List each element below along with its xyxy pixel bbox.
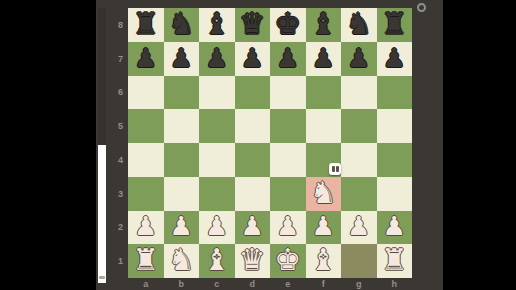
square-e6[interactable] <box>270 76 306 110</box>
square-h6[interactable] <box>377 76 413 110</box>
piece-bP-g7[interactable]: ♟ <box>347 45 370 71</box>
piece-bP-c7[interactable]: ♟ <box>205 45 228 71</box>
square-h7[interactable]: ♟ <box>377 42 413 76</box>
file-label-a: a <box>128 277 164 290</box>
square-f2[interactable]: ♟ <box>306 211 342 245</box>
square-c3[interactable] <box>199 177 235 211</box>
square-d4[interactable] <box>235 143 271 177</box>
square-h1[interactable]: ♜ <box>377 244 413 278</box>
piece-wK-e1[interactable]: ♚ <box>274 245 301 275</box>
piece-wP-f2[interactable]: ♟ <box>312 213 335 239</box>
piece-wP-g2[interactable]: ♟ <box>347 213 370 239</box>
square-h5[interactable] <box>377 109 413 143</box>
square-d1[interactable]: ♛ <box>235 244 271 278</box>
square-a8[interactable]: ♜ <box>128 8 164 42</box>
square-d5[interactable] <box>235 109 271 143</box>
piece-bN-b8[interactable]: ♞ <box>168 9 195 39</box>
rank-label-5: 5 <box>104 109 126 143</box>
piece-wB-c1[interactable]: ♝ <box>203 245 230 275</box>
piece-wP-c2[interactable]: ♟ <box>205 213 228 239</box>
square-b5[interactable] <box>164 109 200 143</box>
square-f1[interactable]: ♝ <box>306 244 342 278</box>
rank-label-8: 8 <box>104 8 126 42</box>
rank-labels: 87654321 <box>104 8 126 278</box>
square-g5[interactable] <box>341 109 377 143</box>
square-d7[interactable]: ♟ <box>235 42 271 76</box>
file-label-c: c <box>199 277 235 290</box>
square-e2[interactable]: ♟ <box>270 211 306 245</box>
piece-wN-f3[interactable]: ♞ <box>310 178 337 208</box>
piece-bB-f8[interactable]: ♝ <box>310 9 337 39</box>
square-b8[interactable]: ♞ <box>164 8 200 42</box>
piece-bR-h8[interactable]: ♜ <box>381 9 408 39</box>
screenshot-stage: 87654321 ♜♞♝♛♚♝♞♜♟♟♟♟♟♟♟♟♞♟♟♟♟♟♟♟♟♜♞♝♛♚♝… <box>0 0 516 290</box>
piece-bP-a7[interactable]: ♟ <box>134 45 157 71</box>
square-g3[interactable] <box>341 177 377 211</box>
square-h3[interactable] <box>377 177 413 211</box>
board-menu-icon[interactable] <box>417 3 426 12</box>
piece-wP-b2[interactable]: ♟ <box>170 213 193 239</box>
square-e8[interactable]: ♚ <box>270 8 306 42</box>
square-f7[interactable]: ♟ <box>306 42 342 76</box>
square-b4[interactable] <box>164 143 200 177</box>
piece-wB-f1[interactable]: ♝ <box>310 245 337 275</box>
piece-bP-b7[interactable]: ♟ <box>170 45 193 71</box>
square-e3[interactable] <box>270 177 306 211</box>
file-label-h: h <box>377 277 413 290</box>
square-a4[interactable] <box>128 143 164 177</box>
square-h8[interactable]: ♜ <box>377 8 413 42</box>
piece-bB-c8[interactable]: ♝ <box>203 9 230 39</box>
square-a2[interactable]: ♟ <box>128 211 164 245</box>
file-label-f: f <box>306 277 342 290</box>
square-h4[interactable] <box>377 143 413 177</box>
square-c5[interactable] <box>199 109 235 143</box>
square-b1[interactable]: ♞ <box>164 244 200 278</box>
square-c1[interactable]: ♝ <box>199 244 235 278</box>
square-c2[interactable]: ♟ <box>199 211 235 245</box>
square-f6[interactable] <box>306 76 342 110</box>
rank-label-4: 4 <box>104 143 126 177</box>
piece-bP-h7[interactable]: ♟ <box>383 45 406 71</box>
square-a6[interactable] <box>128 76 164 110</box>
rank-label-2: 2 <box>104 211 126 245</box>
piece-bN-g8[interactable]: ♞ <box>345 9 372 39</box>
book-page-icon <box>332 166 335 172</box>
square-g4[interactable] <box>341 143 377 177</box>
square-c6[interactable] <box>199 76 235 110</box>
piece-bP-e7[interactable]: ♟ <box>276 45 299 71</box>
square-e5[interactable] <box>270 109 306 143</box>
rank-label-7: 7 <box>104 42 126 76</box>
square-f5[interactable] <box>306 109 342 143</box>
piece-bQ-d8[interactable]: ♛ <box>239 9 266 39</box>
square-g8[interactable]: ♞ <box>341 8 377 42</box>
square-b3[interactable] <box>164 177 200 211</box>
rank-label-6: 6 <box>104 76 126 110</box>
square-a1[interactable]: ♜ <box>128 244 164 278</box>
piece-wP-a2[interactable]: ♟ <box>134 213 157 239</box>
piece-wN-b1[interactable]: ♞ <box>168 245 195 275</box>
square-d2[interactable]: ♟ <box>235 211 271 245</box>
square-d8[interactable]: ♛ <box>235 8 271 42</box>
square-b2[interactable]: ♟ <box>164 211 200 245</box>
square-c8[interactable]: ♝ <box>199 8 235 42</box>
piece-wR-a1[interactable]: ♜ <box>132 245 159 275</box>
file-label-d: d <box>235 277 271 290</box>
file-label-e: e <box>270 277 306 290</box>
book-move-badge <box>329 163 341 175</box>
chess-board: ♜♞♝♛♚♝♞♜♟♟♟♟♟♟♟♟♞♟♟♟♟♟♟♟♟♜♞♝♛♚♝♜ <box>128 8 412 278</box>
square-e4[interactable] <box>270 143 306 177</box>
piece-wP-h2[interactable]: ♟ <box>383 213 406 239</box>
square-e1[interactable]: ♚ <box>270 244 306 278</box>
square-a7[interactable]: ♟ <box>128 42 164 76</box>
square-g7[interactable]: ♟ <box>341 42 377 76</box>
square-g2[interactable]: ♟ <box>341 211 377 245</box>
file-labels: abcdefgh <box>128 277 412 290</box>
square-b6[interactable] <box>164 76 200 110</box>
square-a3[interactable] <box>128 177 164 211</box>
piece-bR-a8[interactable]: ♜ <box>132 9 159 39</box>
square-d3[interactable] <box>235 177 271 211</box>
square-g1[interactable] <box>341 244 377 278</box>
rank-label-1: 1 <box>104 244 126 278</box>
square-h2[interactable]: ♟ <box>377 211 413 245</box>
square-c4[interactable] <box>199 143 235 177</box>
rank-label-3: 3 <box>104 177 126 211</box>
square-d6[interactable] <box>235 76 271 110</box>
square-g6[interactable] <box>341 76 377 110</box>
file-label-b: b <box>164 277 200 290</box>
piece-wP-d2[interactable]: ♟ <box>241 213 264 239</box>
book-page-icon <box>336 166 339 172</box>
piece-bK-e8[interactable]: ♚ <box>274 9 301 39</box>
piece-wP-e2[interactable]: ♟ <box>276 213 299 239</box>
square-b7[interactable]: ♟ <box>164 42 200 76</box>
piece-bP-d7[interactable]: ♟ <box>241 45 264 71</box>
piece-wQ-d1[interactable]: ♛ <box>239 245 266 275</box>
square-c7[interactable]: ♟ <box>199 42 235 76</box>
square-e7[interactable]: ♟ <box>270 42 306 76</box>
piece-bP-f7[interactable]: ♟ <box>312 45 335 71</box>
square-a5[interactable] <box>128 109 164 143</box>
square-f8[interactable]: ♝ <box>306 8 342 42</box>
piece-wR-h1[interactable]: ♜ <box>381 245 408 275</box>
file-label-g: g <box>341 277 377 290</box>
square-f3[interactable]: ♞ <box>306 177 342 211</box>
